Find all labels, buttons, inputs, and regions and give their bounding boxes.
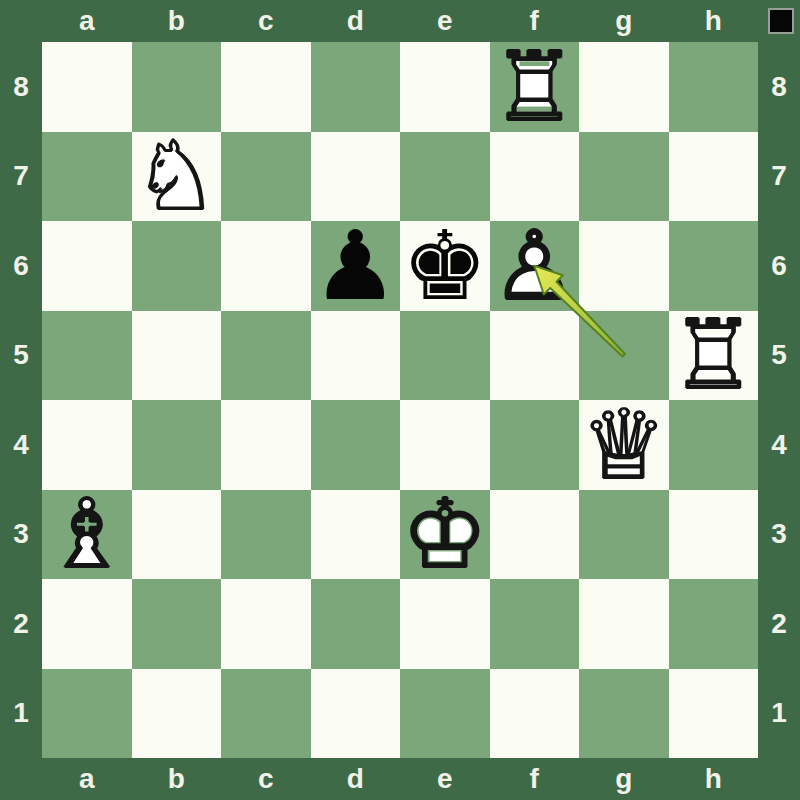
rank-labels-right: 87654321 — [758, 42, 800, 758]
rank-label-bottom-h: h — [669, 758, 759, 800]
square-g3[interactable] — [579, 490, 669, 580]
square-g5[interactable] — [579, 311, 669, 401]
piece-glyph: ♟ — [311, 221, 401, 311]
square-d7[interactable] — [311, 132, 401, 222]
square-a8[interactable] — [42, 42, 132, 132]
square-c2[interactable] — [221, 579, 311, 669]
piece-outline-glyph: ♖ — [669, 311, 759, 401]
file-labels-top: abcdefgh — [42, 0, 758, 42]
square-b7[interactable]: ♞♘ — [132, 132, 222, 222]
square-d6[interactable]: ♟ — [311, 221, 401, 311]
piece-outline-glyph: ♖ — [490, 42, 580, 132]
rank-label-left-6: 6 — [0, 221, 42, 311]
square-c3[interactable] — [221, 490, 311, 580]
square-e7[interactable] — [400, 132, 490, 222]
rank-label-right-7: 7 — [758, 132, 800, 222]
square-g1[interactable] — [579, 669, 669, 759]
rank-label-left-1: 1 — [0, 669, 42, 759]
square-e3[interactable]: ♚♔ — [400, 490, 490, 580]
square-e4[interactable] — [400, 400, 490, 490]
square-g4[interactable]: ♛♕ — [579, 400, 669, 490]
file-labels-bottom: abcdefgh — [42, 758, 758, 800]
square-f4[interactable] — [490, 400, 580, 490]
rank-label-bottom-g: g — [579, 758, 669, 800]
square-c6[interactable] — [221, 221, 311, 311]
square-b4[interactable] — [132, 400, 222, 490]
square-h2[interactable] — [669, 579, 759, 669]
square-d2[interactable] — [311, 579, 401, 669]
black-pawn-d6[interactable]: ♟ — [311, 221, 401, 311]
square-h5[interactable]: ♜♖ — [669, 311, 759, 401]
rank-label-bottom-d: d — [311, 758, 401, 800]
square-b2[interactable] — [132, 579, 222, 669]
square-c7[interactable] — [221, 132, 311, 222]
square-e5[interactable] — [400, 311, 490, 401]
square-a4[interactable] — [42, 400, 132, 490]
rank-label-top-d: d — [311, 0, 401, 42]
square-f8[interactable]: ♜♖ — [490, 42, 580, 132]
square-f2[interactable] — [490, 579, 580, 669]
square-h7[interactable] — [669, 132, 759, 222]
square-f5[interactable] — [490, 311, 580, 401]
rank-label-bottom-e: e — [400, 758, 490, 800]
rank-label-left-3: 3 — [0, 490, 42, 580]
square-a3[interactable]: ♝♗ — [42, 490, 132, 580]
rank-label-top-b: b — [132, 0, 222, 42]
square-g2[interactable] — [579, 579, 669, 669]
rank-label-right-6: 6 — [758, 221, 800, 311]
square-f3[interactable] — [490, 490, 580, 580]
white-knight-b7[interactable]: ♞♘ — [132, 132, 222, 222]
rank-label-left-2: 2 — [0, 579, 42, 669]
square-e6[interactable]: ♚ — [400, 221, 490, 311]
square-a6[interactable] — [42, 221, 132, 311]
square-b6[interactable] — [132, 221, 222, 311]
white-bishop-a3[interactable]: ♝♗ — [42, 490, 132, 580]
rank-label-right-2: 2 — [758, 579, 800, 669]
square-e1[interactable] — [400, 669, 490, 759]
rank-label-top-h: h — [669, 0, 759, 42]
rank-label-bottom-b: b — [132, 758, 222, 800]
rank-label-left-7: 7 — [0, 132, 42, 222]
piece-outline-glyph: ♕ — [579, 400, 669, 490]
square-h6[interactable] — [669, 221, 759, 311]
square-c1[interactable] — [221, 669, 311, 759]
rank-label-bottom-f: f — [490, 758, 580, 800]
square-b8[interactable] — [132, 42, 222, 132]
square-f6[interactable]: ♟♙ — [490, 221, 580, 311]
square-a7[interactable] — [42, 132, 132, 222]
square-c8[interactable] — [221, 42, 311, 132]
square-h4[interactable] — [669, 400, 759, 490]
white-rook-f8[interactable]: ♜♖ — [490, 42, 580, 132]
square-b3[interactable] — [132, 490, 222, 580]
rank-label-top-g: g — [579, 0, 669, 42]
black-to-move-indicator — [768, 8, 794, 34]
square-e8[interactable] — [400, 42, 490, 132]
rank-label-right-5: 5 — [758, 311, 800, 401]
rank-label-top-a: a — [42, 0, 132, 42]
piece-glyph: ♚ — [400, 221, 490, 311]
rank-label-left-5: 5 — [0, 311, 42, 401]
rank-label-bottom-a: a — [42, 758, 132, 800]
white-king-e3[interactable]: ♚♔ — [400, 490, 490, 580]
rank-label-top-e: e — [400, 0, 490, 42]
square-a2[interactable] — [42, 579, 132, 669]
rank-labels-left: 87654321 — [0, 42, 42, 758]
rank-label-right-3: 3 — [758, 490, 800, 580]
square-d5[interactable] — [311, 311, 401, 401]
square-f1[interactable] — [490, 669, 580, 759]
rank-label-bottom-c: c — [221, 758, 311, 800]
square-e2[interactable] — [400, 579, 490, 669]
square-g7[interactable] — [579, 132, 669, 222]
rank-label-right-1: 1 — [758, 669, 800, 759]
square-f7[interactable] — [490, 132, 580, 222]
square-g6[interactable] — [579, 221, 669, 311]
chess-diagram: abcdefgh abcdefgh 87654321 87654321 ♜♖♞♘… — [0, 0, 800, 800]
square-g8[interactable] — [579, 42, 669, 132]
rank-label-top-c: c — [221, 0, 311, 42]
square-d1[interactable] — [311, 669, 401, 759]
square-h8[interactable] — [669, 42, 759, 132]
square-d4[interactable] — [311, 400, 401, 490]
square-a5[interactable] — [42, 311, 132, 401]
rank-label-right-4: 4 — [758, 400, 800, 490]
square-c5[interactable] — [221, 311, 311, 401]
rank-label-left-8: 8 — [0, 42, 42, 132]
square-d3[interactable] — [311, 490, 401, 580]
rank-label-left-4: 4 — [0, 400, 42, 490]
square-b1[interactable] — [132, 669, 222, 759]
square-c4[interactable] — [221, 400, 311, 490]
white-queen-g4[interactable]: ♛♕ — [579, 400, 669, 490]
rank-label-right-8: 8 — [758, 42, 800, 132]
square-b5[interactable] — [132, 311, 222, 401]
piece-outline-glyph: ♙ — [490, 221, 580, 311]
square-a1[interactable] — [42, 669, 132, 759]
piece-outline-glyph: ♔ — [400, 490, 490, 580]
board: ♜♖♞♘♟♚♟♙♜♖♛♕♝♗♚♔ — [42, 42, 758, 758]
square-d8[interactable] — [311, 42, 401, 132]
piece-outline-glyph: ♘ — [132, 132, 222, 222]
white-rook-h5[interactable]: ♜♖ — [669, 311, 759, 401]
piece-outline-glyph: ♗ — [42, 490, 132, 580]
square-h1[interactable] — [669, 669, 759, 759]
white-pawn-f6[interactable]: ♟♙ — [490, 221, 580, 311]
square-h3[interactable] — [669, 490, 759, 580]
black-king-e6[interactable]: ♚ — [400, 221, 490, 311]
